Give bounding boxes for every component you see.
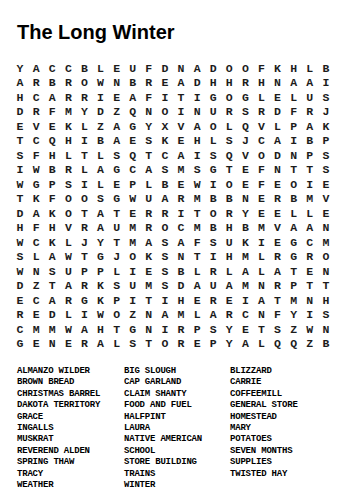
grid-cell[interactable]: R: [12, 308, 28, 323]
grid-cell[interactable]: E: [237, 177, 253, 192]
grid-cell[interactable]: E: [173, 134, 189, 149]
grid-cell[interactable]: A: [92, 206, 108, 221]
grid-cell[interactable]: N: [286, 148, 302, 163]
grid-cell[interactable]: L: [221, 119, 237, 134]
grid-cell[interactable]: M: [302, 192, 318, 207]
grid-cell[interactable]: J: [318, 105, 334, 120]
grid-cell[interactable]: B: [44, 76, 60, 91]
grid-cell[interactable]: S: [109, 148, 125, 163]
grid-cell[interactable]: E: [125, 134, 141, 149]
grid-cell[interactable]: S: [237, 105, 253, 120]
grid-cell[interactable]: K: [141, 250, 157, 265]
grid-cell[interactable]: O: [157, 105, 173, 120]
grid-cell[interactable]: L: [92, 177, 108, 192]
grid-cell[interactable]: N: [44, 337, 60, 352]
grid-cell[interactable]: L: [60, 235, 76, 250]
grid-cell[interactable]: A: [253, 293, 269, 308]
grid-cell[interactable]: L: [28, 250, 44, 265]
grid-cell[interactable]: O: [76, 192, 92, 207]
grid-cell[interactable]: I: [125, 264, 141, 279]
grid-cell[interactable]: R: [28, 76, 44, 91]
grid-cell[interactable]: G: [125, 119, 141, 134]
grid-cell[interactable]: K: [318, 119, 334, 134]
grid-cell[interactable]: I: [92, 90, 108, 105]
grid-cell[interactable]: L: [60, 308, 76, 323]
grid-cell[interactable]: O: [318, 250, 334, 265]
grid-cell[interactable]: U: [302, 90, 318, 105]
grid-cell[interactable]: L: [253, 337, 269, 352]
grid-cell[interactable]: I: [157, 322, 173, 337]
grid-cell[interactable]: C: [28, 293, 44, 308]
grid-cell[interactable]: A: [109, 119, 125, 134]
grid-cell[interactable]: C: [60, 61, 76, 76]
grid-cell[interactable]: F: [44, 192, 60, 207]
grid-cell[interactable]: S: [318, 308, 334, 323]
grid-cell[interactable]: A: [205, 308, 221, 323]
grid-cell[interactable]: R: [141, 206, 157, 221]
grid-cell[interactable]: K: [92, 279, 108, 294]
grid-cell[interactable]: L: [302, 206, 318, 221]
grid-cell[interactable]: R: [60, 163, 76, 178]
grid-cell[interactable]: Q: [286, 337, 302, 352]
grid-cell[interactable]: R: [173, 192, 189, 207]
grid-cell[interactable]: I: [76, 134, 92, 149]
grid-cell[interactable]: L: [286, 90, 302, 105]
grid-cell[interactable]: N: [173, 250, 189, 265]
grid-cell[interactable]: P: [189, 322, 205, 337]
grid-cell[interactable]: P: [286, 279, 302, 294]
grid-cell[interactable]: T: [76, 206, 92, 221]
grid-cell[interactable]: N: [28, 264, 44, 279]
grid-cell[interactable]: A: [92, 337, 108, 352]
grid-cell[interactable]: G: [76, 293, 92, 308]
grid-cell[interactable]: W: [60, 322, 76, 337]
grid-cell[interactable]: M: [173, 163, 189, 178]
grid-cell[interactable]: I: [76, 177, 92, 192]
grid-cell[interactable]: R: [76, 221, 92, 236]
grid-cell[interactable]: J: [237, 134, 253, 149]
grid-cell[interactable]: I: [318, 76, 334, 91]
grid-cell[interactable]: N: [141, 322, 157, 337]
grid-cell[interactable]: E: [44, 119, 60, 134]
grid-cell[interactable]: E: [318, 177, 334, 192]
grid-cell[interactable]: R: [237, 76, 253, 91]
grid-cell[interactable]: N: [270, 76, 286, 91]
grid-cell[interactable]: E: [270, 90, 286, 105]
grid-cell[interactable]: T: [302, 163, 318, 178]
grid-cell[interactable]: O: [60, 192, 76, 207]
grid-cell[interactable]: C: [173, 221, 189, 236]
grid-cell[interactable]: A: [189, 61, 205, 76]
grid-cell[interactable]: F: [270, 308, 286, 323]
grid-cell[interactable]: K: [157, 134, 173, 149]
grid-cell[interactable]: V: [28, 119, 44, 134]
grid-cell[interactable]: L: [109, 264, 125, 279]
grid-cell[interactable]: C: [28, 235, 44, 250]
grid-cell[interactable]: R: [253, 105, 269, 120]
grid-cell[interactable]: C: [125, 163, 141, 178]
grid-cell[interactable]: G: [205, 90, 221, 105]
grid-cell[interactable]: K: [60, 119, 76, 134]
grid-cell[interactable]: B: [302, 134, 318, 149]
grid-cell[interactable]: R: [76, 279, 92, 294]
grid-cell[interactable]: P: [44, 177, 60, 192]
grid-cell[interactable]: A: [302, 76, 318, 91]
grid-cell[interactable]: F: [253, 177, 269, 192]
grid-cell[interactable]: E: [157, 76, 173, 91]
grid-cell[interactable]: S: [205, 322, 221, 337]
grid-cell[interactable]: R: [173, 337, 189, 352]
grid-cell[interactable]: T: [109, 206, 125, 221]
grid-cell[interactable]: N: [318, 264, 334, 279]
grid-cell[interactable]: P: [125, 177, 141, 192]
grid-cell[interactable]: E: [253, 206, 269, 221]
grid-cell[interactable]: W: [12, 235, 28, 250]
grid-cell[interactable]: G: [125, 322, 141, 337]
grid-cell[interactable]: N: [318, 322, 334, 337]
grid-cell[interactable]: B: [44, 163, 60, 178]
grid-cell[interactable]: E: [12, 119, 28, 134]
grid-cell[interactable]: M: [237, 279, 253, 294]
grid-cell[interactable]: B: [76, 61, 92, 76]
grid-cell[interactable]: D: [189, 76, 205, 91]
grid-cell[interactable]: U: [141, 192, 157, 207]
grid-cell[interactable]: J: [109, 250, 125, 265]
grid-cell[interactable]: H: [221, 221, 237, 236]
grid-cell[interactable]: Y: [141, 119, 157, 134]
grid-cell[interactable]: E: [253, 192, 269, 207]
grid-cell[interactable]: T: [270, 293, 286, 308]
grid-cell[interactable]: O: [221, 61, 237, 76]
grid-cell[interactable]: H: [221, 76, 237, 91]
grid-cell[interactable]: Y: [221, 322, 237, 337]
grid-cell[interactable]: B: [205, 192, 221, 207]
grid-cell[interactable]: T: [76, 250, 92, 265]
grid-cell[interactable]: D: [92, 105, 108, 120]
grid-cell[interactable]: N: [253, 279, 269, 294]
grid-cell[interactable]: U: [221, 235, 237, 250]
grid-cell[interactable]: H: [12, 221, 28, 236]
grid-cell[interactable]: E: [221, 293, 237, 308]
grid-cell[interactable]: S: [92, 192, 108, 207]
grid-cell[interactable]: R: [28, 105, 44, 120]
grid-cell[interactable]: G: [12, 337, 28, 352]
grid-cell[interactable]: S: [318, 90, 334, 105]
grid-cell[interactable]: I: [189, 90, 205, 105]
grid-cell[interactable]: F: [253, 61, 269, 76]
grid-cell[interactable]: S: [205, 235, 221, 250]
grid-cell[interactable]: P: [302, 148, 318, 163]
grid-cell[interactable]: P: [92, 264, 108, 279]
grid-cell[interactable]: T: [76, 148, 92, 163]
grid-cell[interactable]: W: [12, 177, 28, 192]
grid-cell[interactable]: F: [286, 105, 302, 120]
grid-cell[interactable]: A: [302, 221, 318, 236]
grid-cell[interactable]: N: [189, 105, 205, 120]
grid-cell[interactable]: M: [60, 105, 76, 120]
grid-cell[interactable]: R: [60, 90, 76, 105]
grid-cell[interactable]: Q: [270, 337, 286, 352]
grid-cell[interactable]: E: [270, 177, 286, 192]
grid-cell[interactable]: C: [44, 61, 60, 76]
grid-cell[interactable]: Z: [302, 337, 318, 352]
grid-cell[interactable]: U: [205, 279, 221, 294]
grid-cell[interactable]: Y: [76, 105, 92, 120]
grid-cell[interactable]: O: [205, 119, 221, 134]
grid-cell[interactable]: E: [28, 308, 44, 323]
grid-cell[interactable]: L: [76, 163, 92, 178]
grid-cell[interactable]: F: [141, 61, 157, 76]
grid-cell[interactable]: R: [205, 264, 221, 279]
grid-cell[interactable]: N: [253, 308, 269, 323]
grid-cell[interactable]: E: [318, 206, 334, 221]
grid-cell[interactable]: C: [157, 148, 173, 163]
grid-cell[interactable]: I: [157, 90, 173, 105]
grid-cell[interactable]: K: [28, 192, 44, 207]
grid-cell[interactable]: N: [173, 61, 189, 76]
grid-cell[interactable]: A: [270, 264, 286, 279]
grid-cell[interactable]: T: [141, 148, 157, 163]
grid-cell[interactable]: L: [253, 90, 269, 105]
grid-cell[interactable]: U: [205, 105, 221, 120]
grid-cell[interactable]: N: [237, 192, 253, 207]
grid-cell[interactable]: Z: [286, 322, 302, 337]
grid-cell[interactable]: A: [76, 322, 92, 337]
grid-cell[interactable]: Q: [125, 105, 141, 120]
grid-cell[interactable]: T: [173, 90, 189, 105]
grid-cell[interactable]: L: [92, 148, 108, 163]
grid-cell[interactable]: T: [44, 279, 60, 294]
grid-cell[interactable]: I: [237, 293, 253, 308]
grid-cell[interactable]: T: [286, 264, 302, 279]
grid-cell[interactable]: L: [189, 264, 205, 279]
grid-cell[interactable]: Y: [286, 308, 302, 323]
grid-cell[interactable]: M: [253, 221, 269, 236]
grid-cell[interactable]: I: [189, 148, 205, 163]
grid-cell[interactable]: L: [270, 119, 286, 134]
grid-cell[interactable]: F: [253, 163, 269, 178]
grid-cell[interactable]: Q: [237, 119, 253, 134]
grid-cell[interactable]: L: [141, 177, 157, 192]
grid-cell[interactable]: F: [28, 148, 44, 163]
grid-cell[interactable]: T: [141, 293, 157, 308]
grid-cell[interactable]: W: [302, 322, 318, 337]
grid-cell[interactable]: S: [157, 264, 173, 279]
grid-cell[interactable]: I: [12, 163, 28, 178]
grid-cell[interactable]: H: [173, 293, 189, 308]
grid-cell[interactable]: S: [12, 148, 28, 163]
grid-cell[interactable]: I: [205, 177, 221, 192]
grid-cell[interactable]: R: [302, 105, 318, 120]
grid-cell[interactable]: S: [141, 134, 157, 149]
grid-cell[interactable]: O: [125, 250, 141, 265]
grid-cell[interactable]: K: [270, 61, 286, 76]
grid-cell[interactable]: O: [157, 337, 173, 352]
grid-cell[interactable]: Z: [92, 119, 108, 134]
grid-cell[interactable]: A: [157, 308, 173, 323]
grid-cell[interactable]: V: [253, 119, 269, 134]
grid-cell[interactable]: W: [189, 177, 205, 192]
grid-cell[interactable]: V: [60, 221, 76, 236]
grid-cell[interactable]: D: [12, 105, 28, 120]
grid-cell[interactable]: V: [318, 192, 334, 207]
grid-cell[interactable]: H: [44, 148, 60, 163]
grid-cell[interactable]: P: [318, 134, 334, 149]
grid-cell[interactable]: R: [205, 293, 221, 308]
grid-cell[interactable]: G: [109, 163, 125, 178]
grid-cell[interactable]: Q: [125, 148, 141, 163]
grid-cell[interactable]: G: [205, 163, 221, 178]
grid-cell[interactable]: A: [237, 337, 253, 352]
grid-cell[interactable]: I: [253, 235, 269, 250]
grid-cell[interactable]: L: [189, 308, 205, 323]
grid-cell[interactable]: O: [60, 206, 76, 221]
grid-cell[interactable]: A: [270, 134, 286, 149]
grid-cell[interactable]: F: [141, 90, 157, 105]
grid-cell[interactable]: G: [109, 192, 125, 207]
grid-cell[interactable]: B: [318, 61, 334, 76]
grid-cell[interactable]: L: [286, 206, 302, 221]
grid-cell[interactable]: E: [109, 61, 125, 76]
grid-cell[interactable]: I: [76, 308, 92, 323]
grid-cell[interactable]: I: [302, 308, 318, 323]
grid-cell[interactable]: S: [205, 148, 221, 163]
grid-cell[interactable]: I: [286, 134, 302, 149]
grid-cell[interactable]: B: [125, 76, 141, 91]
grid-cell[interactable]: X: [157, 119, 173, 134]
grid-cell[interactable]: I: [302, 177, 318, 192]
grid-cell[interactable]: M: [44, 322, 60, 337]
grid-cell[interactable]: O: [221, 177, 237, 192]
grid-cell[interactable]: H: [189, 134, 205, 149]
grid-cell[interactable]: B: [286, 192, 302, 207]
grid-cell[interactable]: I: [173, 206, 189, 221]
grid-cell[interactable]: S: [157, 250, 173, 265]
grid-cell[interactable]: A: [189, 119, 205, 134]
grid-cell[interactable]: B: [205, 221, 221, 236]
grid-cell[interactable]: O: [205, 206, 221, 221]
grid-cell[interactable]: H: [318, 293, 334, 308]
grid-cell[interactable]: D: [205, 61, 221, 76]
grid-cell[interactable]: N: [109, 76, 125, 91]
grid-cell[interactable]: T: [253, 322, 269, 337]
grid-cell[interactable]: A: [141, 163, 157, 178]
grid-cell[interactable]: C: [28, 90, 44, 105]
grid-cell[interactable]: E: [141, 264, 157, 279]
grid-cell[interactable]: G: [286, 250, 302, 265]
grid-cell[interactable]: R: [270, 250, 286, 265]
grid-cell[interactable]: Z: [28, 279, 44, 294]
grid-cell[interactable]: A: [44, 250, 60, 265]
grid-cell[interactable]: E: [60, 337, 76, 352]
grid-cell[interactable]: M: [125, 221, 141, 236]
grid-cell[interactable]: U: [125, 61, 141, 76]
grid-cell[interactable]: N: [141, 105, 157, 120]
grid-cell[interactable]: M: [237, 250, 253, 265]
grid-cell[interactable]: R: [141, 221, 157, 236]
grid-cell[interactable]: T: [109, 235, 125, 250]
grid-cell[interactable]: V: [237, 148, 253, 163]
grid-cell[interactable]: B: [157, 177, 173, 192]
grid-cell[interactable]: A: [125, 90, 141, 105]
grid-cell[interactable]: U: [109, 221, 125, 236]
grid-cell[interactable]: G: [92, 250, 108, 265]
grid-cell[interactable]: D: [44, 308, 60, 323]
grid-cell[interactable]: K: [237, 235, 253, 250]
grid-cell[interactable]: E: [189, 293, 205, 308]
grid-cell[interactable]: L: [302, 61, 318, 76]
grid-cell[interactable]: L: [109, 337, 125, 352]
grid-cell[interactable]: O: [76, 76, 92, 91]
grid-cell[interactable]: E: [270, 206, 286, 221]
grid-cell[interactable]: A: [173, 148, 189, 163]
grid-cell[interactable]: R: [60, 76, 76, 91]
grid-cell[interactable]: M: [141, 279, 157, 294]
grid-cell[interactable]: M: [318, 235, 334, 250]
grid-cell[interactable]: L: [92, 61, 108, 76]
grid-cell[interactable]: R: [76, 90, 92, 105]
grid-cell[interactable]: A: [221, 279, 237, 294]
grid-cell[interactable]: A: [173, 235, 189, 250]
grid-cell[interactable]: A: [189, 279, 205, 294]
grid-cell[interactable]: D: [12, 206, 28, 221]
grid-cell[interactable]: W: [28, 163, 44, 178]
grid-cell[interactable]: R: [221, 206, 237, 221]
grid-cell[interactable]: Z: [109, 105, 125, 120]
grid-cell[interactable]: B: [173, 264, 189, 279]
grid-cell[interactable]: E: [109, 177, 125, 192]
grid-cell[interactable]: M: [173, 308, 189, 323]
grid-cell[interactable]: A: [237, 264, 253, 279]
grid-cell[interactable]: W: [60, 250, 76, 265]
grid-cell[interactable]: E: [270, 235, 286, 250]
grid-cell[interactable]: A: [44, 90, 60, 105]
grid-cell[interactable]: A: [92, 221, 108, 236]
grid-cell[interactable]: B: [237, 221, 253, 236]
grid-cell[interactable]: B: [318, 337, 334, 352]
grid-cell[interactable]: A: [92, 163, 108, 178]
grid-cell[interactable]: S: [125, 337, 141, 352]
grid-cell[interactable]: T: [189, 250, 205, 265]
grid-cell[interactable]: R: [76, 337, 92, 352]
grid-cell[interactable]: H: [60, 134, 76, 149]
grid-cell[interactable]: U: [125, 279, 141, 294]
grid-cell[interactable]: S: [12, 250, 28, 265]
grid-cell[interactable]: B: [221, 192, 237, 207]
grid-cell[interactable]: K: [44, 235, 60, 250]
grid-cell[interactable]: D: [270, 105, 286, 120]
grid-cell[interactable]: E: [109, 90, 125, 105]
grid-cell[interactable]: A: [28, 61, 44, 76]
grid-cell[interactable]: S: [270, 322, 286, 337]
grid-cell[interactable]: H: [12, 90, 28, 105]
grid-cell[interactable]: A: [286, 76, 302, 91]
grid-cell[interactable]: O: [253, 148, 269, 163]
grid-cell[interactable]: D: [157, 61, 173, 76]
grid-cell[interactable]: N: [270, 163, 286, 178]
grid-cell[interactable]: H: [44, 221, 60, 236]
grid-cell[interactable]: H: [221, 250, 237, 265]
grid-cell[interactable]: K: [92, 293, 108, 308]
grid-cell[interactable]: T: [189, 206, 205, 221]
grid-cell[interactable]: R: [173, 322, 189, 337]
grid-cell[interactable]: E: [237, 322, 253, 337]
grid-cell[interactable]: Y: [221, 337, 237, 352]
grid-cell[interactable]: M: [125, 235, 141, 250]
grid-cell[interactable]: Q: [44, 134, 60, 149]
grid-cell[interactable]: L: [76, 119, 92, 134]
grid-cell[interactable]: P: [76, 264, 92, 279]
